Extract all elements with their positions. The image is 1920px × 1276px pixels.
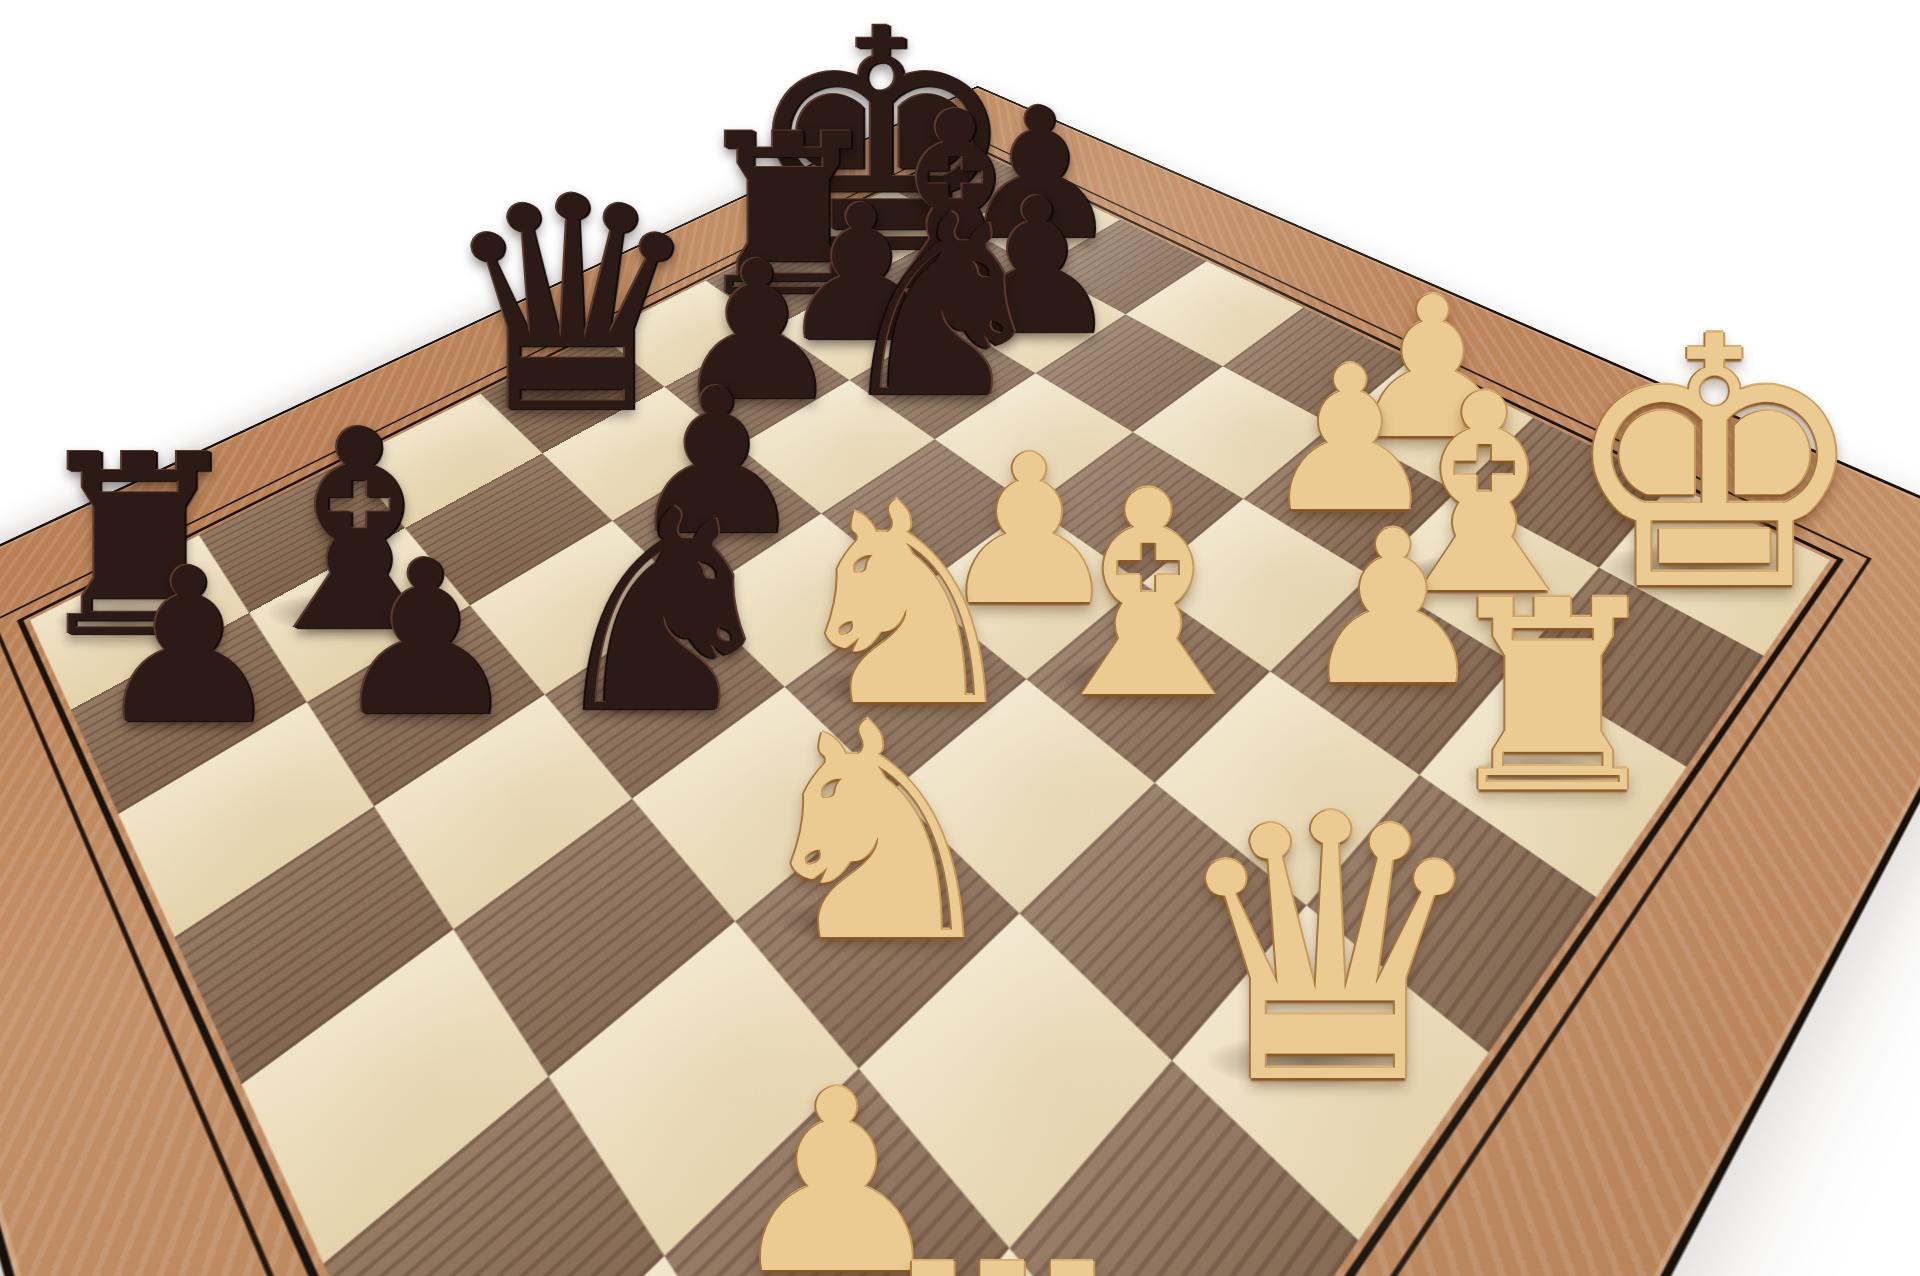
black-pawn-glyph: ♟ [319,533,533,747]
black-knight-glyph: ♞ [817,182,1068,433]
white-bishop-glyph: ♝ [1007,455,1290,738]
white-rook-glyph: ♜ [842,1224,1164,1276]
piece-black-pawn-a7[interactable]: ♟ [81,540,295,754]
white-queen-glyph: ♛ [1147,769,1514,1136]
piece-white-rook-b1[interactable]: ♜ [842,1224,1164,1276]
black-pawn-glyph: ♟ [81,540,295,754]
piece-black-pawn-b6[interactable]: ♟ [319,533,533,747]
piece-white-queen-d1[interactable]: ♛ [1147,769,1514,1136]
piece-white-knight-c3[interactable]: ♞ [727,684,1026,983]
piece-white-bishop-e3[interactable]: ♝ [1007,455,1290,738]
photo-stage: ♟♚♝♜♟♟♞♟♛♟♟♟♚♝♟♝♜♟♝♞♞♟♟♜♞♛♟♜♟ [0,0,1920,1276]
white-knight-glyph: ♞ [727,684,1026,983]
piece-black-knight-f6[interactable]: ♞ [817,182,1068,433]
